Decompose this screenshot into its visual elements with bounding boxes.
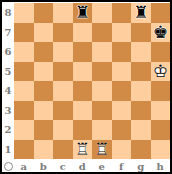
square-a8[interactable] [14, 3, 34, 23]
square-f3[interactable] [112, 101, 132, 121]
square-e1[interactable]: ♜♖ [92, 140, 112, 160]
rank-label-3: 3 [2, 101, 14, 121]
square-f4[interactable] [112, 81, 132, 101]
square-d6[interactable] [73, 42, 93, 62]
square-f8[interactable] [112, 3, 132, 23]
square-d5[interactable] [73, 62, 93, 82]
square-c1[interactable] [53, 140, 73, 160]
rank-labels: 87654321 [2, 3, 14, 159]
square-b3[interactable] [34, 101, 54, 121]
piece-black-rook: ♜ [131, 3, 151, 23]
square-b5[interactable] [34, 62, 54, 82]
file-label-a: a [14, 160, 34, 173]
file-label-g: g [131, 160, 151, 173]
piece-black-rook: ♜ [73, 3, 93, 23]
square-e4[interactable] [92, 81, 112, 101]
square-d1[interactable]: ♜♖ [73, 140, 93, 160]
square-h3[interactable] [151, 101, 171, 121]
square-a6[interactable] [14, 42, 34, 62]
square-d7[interactable] [73, 23, 93, 43]
square-a4[interactable] [14, 81, 34, 101]
square-a7[interactable] [14, 23, 34, 43]
square-g3[interactable] [131, 101, 151, 121]
square-a3[interactable] [14, 101, 34, 121]
white-to-move-icon [4, 162, 13, 171]
square-h5[interactable]: ♚♔ [151, 62, 171, 82]
file-label-d: d [73, 160, 93, 173]
square-g4[interactable] [131, 81, 151, 101]
square-e5[interactable] [92, 62, 112, 82]
square-g7[interactable] [131, 23, 151, 43]
square-g6[interactable] [131, 42, 151, 62]
square-c2[interactable] [53, 120, 73, 140]
square-b4[interactable] [34, 81, 54, 101]
rank-label-7: 7 [2, 23, 14, 43]
piece-fill: ♜ [73, 140, 93, 160]
rank-label-5: 5 [2, 62, 14, 82]
square-b1[interactable] [34, 140, 54, 160]
square-h7[interactable]: ♚ [151, 23, 171, 43]
square-c7[interactable] [53, 23, 73, 43]
rank-label-8: 8 [2, 3, 14, 23]
square-d2[interactable] [73, 120, 93, 140]
chess-diagram: 87654321 ♜♜♚♚♔♜♖♜♖ abcdefgh [0, 0, 172, 174]
piece-fill: ♚ [151, 62, 171, 82]
file-label-e: e [92, 160, 112, 173]
square-g5[interactable] [131, 62, 151, 82]
square-a2[interactable] [14, 120, 34, 140]
square-h8[interactable] [151, 3, 171, 23]
square-f1[interactable] [112, 140, 132, 160]
file-label-h: h [151, 160, 171, 173]
square-c5[interactable] [53, 62, 73, 82]
square-b6[interactable] [34, 42, 54, 62]
square-h4[interactable] [151, 81, 171, 101]
square-b8[interactable] [34, 3, 54, 23]
square-f2[interactable] [112, 120, 132, 140]
square-f7[interactable] [112, 23, 132, 43]
square-e6[interactable] [92, 42, 112, 62]
square-a1[interactable] [14, 140, 34, 160]
square-g1[interactable] [131, 140, 151, 160]
square-f6[interactable] [112, 42, 132, 62]
square-d3[interactable] [73, 101, 93, 121]
rank-label-1: 1 [2, 140, 14, 160]
rank-label-6: 6 [2, 42, 14, 62]
square-h1[interactable] [151, 140, 171, 160]
piece-white-rook: ♖ [73, 140, 93, 160]
piece-black-king: ♚ [151, 23, 171, 43]
rank-label-4: 4 [2, 81, 14, 101]
square-e7[interactable] [92, 23, 112, 43]
square-g8[interactable]: ♜ [131, 3, 151, 23]
square-c8[interactable] [53, 3, 73, 23]
file-label-c: c [53, 160, 73, 173]
square-h2[interactable] [151, 120, 171, 140]
square-c6[interactable] [53, 42, 73, 62]
square-h6[interactable] [151, 42, 171, 62]
square-c3[interactable] [53, 101, 73, 121]
piece-fill: ♜ [92, 140, 112, 160]
file-labels: abcdefgh [14, 160, 170, 173]
square-f5[interactable] [112, 62, 132, 82]
square-g2[interactable] [131, 120, 151, 140]
rank-label-2: 2 [2, 120, 14, 140]
piece-white-rook: ♖ [92, 140, 112, 160]
square-e2[interactable] [92, 120, 112, 140]
file-label-f: f [112, 160, 132, 173]
square-b7[interactable] [34, 23, 54, 43]
square-e3[interactable] [92, 101, 112, 121]
square-d8[interactable]: ♜ [73, 3, 93, 23]
piece-white-king: ♔ [151, 62, 171, 82]
square-e8[interactable] [92, 3, 112, 23]
square-b2[interactable] [34, 120, 54, 140]
chess-board: ♜♜♚♚♔♜♖♜♖ [14, 3, 170, 159]
square-d4[interactable] [73, 81, 93, 101]
file-label-b: b [34, 160, 54, 173]
square-a5[interactable] [14, 62, 34, 82]
square-c4[interactable] [53, 81, 73, 101]
